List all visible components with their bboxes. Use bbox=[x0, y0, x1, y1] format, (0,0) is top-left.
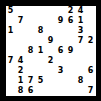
sudoku-puzzle: 524796118397281697422361758867 bbox=[0, 0, 101, 101]
sudoku-board: 524796118397281697422361758867 bbox=[4, 4, 98, 98]
cell-r9c9[interactable]: 7 bbox=[86, 86, 96, 96]
